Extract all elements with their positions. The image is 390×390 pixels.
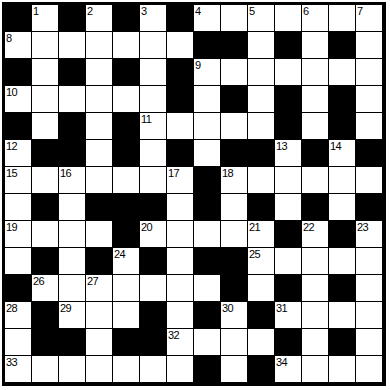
white-cell-r5-c2[interactable] — [32, 113, 59, 140]
white-cell-r12-c5[interactable] — [113, 302, 140, 329]
crossword-grid: 1234567891011121314151617181920212223242… — [2, 2, 386, 386]
black-cell-r10-c2 — [32, 248, 59, 275]
white-cell-r14-c5[interactable] — [113, 356, 140, 383]
black-cell-r2-c13 — [329, 32, 356, 59]
black-cell-r9-c11 — [275, 221, 302, 248]
white-cell-r10-c13[interactable] — [329, 248, 356, 275]
white-cell-r3-c8[interactable]: 9 — [194, 59, 221, 86]
black-cell-r1-c1 — [5, 5, 32, 32]
white-cell-r12-c1[interactable]: 28 — [5, 302, 32, 329]
black-cell-r13-c13 — [329, 329, 356, 356]
white-cell-r4-c8[interactable] — [194, 86, 221, 113]
white-cell-r5-c4[interactable] — [86, 113, 113, 140]
clue-number-15: 15 — [6, 167, 17, 179]
white-cell-r9-c10[interactable]: 21 — [248, 221, 275, 248]
white-cell-r5-c6[interactable]: 11 — [140, 113, 167, 140]
white-cell-r11-c14[interactable] — [356, 275, 383, 302]
white-cell-r8-c7[interactable] — [167, 194, 194, 221]
white-cell-r4-c10[interactable] — [248, 86, 275, 113]
clue-number-19: 19 — [6, 221, 17, 233]
white-cell-r9-c7[interactable] — [167, 221, 194, 248]
white-cell-r4-c3[interactable] — [59, 86, 86, 113]
white-cell-r4-c5[interactable] — [113, 86, 140, 113]
white-cell-r6-c8[interactable] — [194, 140, 221, 167]
white-cell-r10-c10[interactable]: 25 — [248, 248, 275, 275]
white-cell-r11-c6[interactable] — [140, 275, 167, 302]
white-cell-r8-c9[interactable] — [221, 194, 248, 221]
white-cell-r3-c6[interactable] — [140, 59, 167, 86]
white-cell-r7-c5[interactable] — [113, 167, 140, 194]
black-cell-r13-c11 — [275, 329, 302, 356]
clue-number-21: 21 — [249, 221, 260, 233]
black-cell-r10-c4 — [86, 248, 113, 275]
black-cell-r6-c14 — [356, 140, 383, 167]
white-cell-r1-c4[interactable]: 2 — [86, 5, 113, 32]
white-cell-r13-c1[interactable] — [5, 329, 32, 356]
black-cell-r5-c3 — [59, 113, 86, 140]
white-cell-r14-c14[interactable] — [356, 356, 383, 383]
white-cell-r10-c7[interactable] — [167, 248, 194, 275]
black-cell-r8-c6 — [140, 194, 167, 221]
white-cell-r1-c14[interactable]: 7 — [356, 5, 383, 32]
black-cell-r3-c7 — [167, 59, 194, 86]
clue-number-1: 1 — [33, 5, 39, 17]
white-cell-r14-c9[interactable] — [221, 356, 248, 383]
white-cell-r9-c8[interactable] — [194, 221, 221, 248]
clue-number-3: 3 — [141, 5, 147, 17]
white-cell-r13-c12[interactable] — [302, 329, 329, 356]
black-cell-r12-c8 — [194, 302, 221, 329]
black-cell-r5-c13 — [329, 113, 356, 140]
black-cell-r3-c3 — [59, 59, 86, 86]
white-cell-r9-c3[interactable] — [59, 221, 86, 248]
clue-number-33: 33 — [6, 356, 17, 368]
white-cell-r11-c7[interactable] — [167, 275, 194, 302]
black-cell-r9-c13 — [329, 221, 356, 248]
clue-number-12: 12 — [6, 140, 17, 152]
white-cell-r11-c12[interactable] — [302, 275, 329, 302]
white-cell-r7-c13[interactable] — [329, 167, 356, 194]
white-cell-r12-c13[interactable] — [329, 302, 356, 329]
white-cell-r12-c11[interactable]: 31 — [275, 302, 302, 329]
black-cell-r14-c8 — [194, 356, 221, 383]
black-cell-r8-c4 — [86, 194, 113, 221]
clue-number-26: 26 — [33, 275, 44, 287]
white-cell-r11-c2[interactable]: 26 — [32, 275, 59, 302]
clue-number-28: 28 — [6, 302, 17, 314]
white-cell-r4-c6[interactable] — [140, 86, 167, 113]
white-cell-r9-c9[interactable] — [221, 221, 248, 248]
crossword-page: 1234567891011121314151617181920212223242… — [0, 0, 390, 390]
clue-number-13: 13 — [276, 140, 287, 152]
clue-number-5: 5 — [249, 5, 255, 17]
white-cell-r7-c2[interactable] — [32, 167, 59, 194]
clue-number-25: 25 — [249, 248, 260, 260]
white-cell-r10-c11[interactable] — [275, 248, 302, 275]
white-cell-r3-c11[interactable] — [275, 59, 302, 86]
clue-number-2: 2 — [87, 5, 93, 17]
white-cell-r10-c1[interactable] — [5, 248, 32, 275]
white-cell-r14-c13[interactable] — [329, 356, 356, 383]
black-cell-r1-c5 — [113, 5, 140, 32]
black-cell-r13-c6 — [140, 329, 167, 356]
white-cell-r8-c13[interactable] — [329, 194, 356, 221]
white-cell-r12-c12[interactable] — [302, 302, 329, 329]
black-cell-r6-c3 — [59, 140, 86, 167]
clue-number-17: 17 — [168, 167, 179, 179]
black-cell-r5-c1 — [5, 113, 32, 140]
white-cell-r11-c3[interactable] — [59, 275, 86, 302]
white-cell-r5-c10[interactable] — [248, 113, 275, 140]
black-cell-r2-c9 — [221, 32, 248, 59]
white-cell-r1-c12[interactable]: 6 — [302, 5, 329, 32]
white-cell-r1-c11[interactable] — [275, 5, 302, 32]
white-cell-r10-c3[interactable] — [59, 248, 86, 275]
white-cell-r2-c4[interactable] — [86, 32, 113, 59]
white-cell-r12-c3[interactable]: 29 — [59, 302, 86, 329]
clue-number-7: 7 — [357, 5, 363, 17]
black-cell-r4-c11 — [275, 86, 302, 113]
black-cell-r2-c11 — [275, 32, 302, 59]
white-cell-r2-c7[interactable] — [167, 32, 194, 59]
black-cell-r4-c7 — [167, 86, 194, 113]
white-cell-r2-c6[interactable] — [140, 32, 167, 59]
white-cell-r7-c7[interactable]: 17 — [167, 167, 194, 194]
white-cell-r1-c10[interactable]: 5 — [248, 5, 275, 32]
white-cell-r7-c14[interactable] — [356, 167, 383, 194]
white-cell-r9-c14[interactable]: 23 — [356, 221, 383, 248]
white-cell-r7-c11[interactable] — [275, 167, 302, 194]
black-cell-r14-c10 — [248, 356, 275, 383]
white-cell-r6-c4[interactable] — [86, 140, 113, 167]
white-cell-r3-c4[interactable] — [86, 59, 113, 86]
black-cell-r11-c1 — [5, 275, 32, 302]
clue-number-22: 22 — [303, 221, 314, 233]
white-cell-r11-c4[interactable]: 27 — [86, 275, 113, 302]
clue-number-14: 14 — [330, 140, 341, 152]
clue-number-18: 18 — [222, 167, 233, 179]
black-cell-r11-c11 — [275, 275, 302, 302]
black-cell-r13-c5 — [113, 329, 140, 356]
white-cell-r3-c14[interactable] — [356, 59, 383, 86]
white-cell-r5-c14[interactable] — [356, 113, 383, 140]
white-cell-r14-c4[interactable] — [86, 356, 113, 383]
black-cell-r6-c5 — [113, 140, 140, 167]
black-cell-r7-c8 — [194, 167, 221, 194]
clue-number-34: 34 — [276, 356, 287, 368]
white-cell-r6-c1[interactable]: 12 — [5, 140, 32, 167]
white-cell-r5-c8[interactable] — [194, 113, 221, 140]
clue-number-9: 9 — [195, 59, 201, 71]
white-cell-r14-c3[interactable] — [59, 356, 86, 383]
black-cell-r13-c2 — [32, 329, 59, 356]
black-cell-r8-c14 — [356, 194, 383, 221]
clue-number-6: 6 — [303, 5, 309, 17]
white-cell-r1-c6[interactable]: 3 — [140, 5, 167, 32]
white-cell-r5-c12[interactable] — [302, 113, 329, 140]
clue-number-20: 20 — [141, 221, 152, 233]
white-cell-r4-c4[interactable] — [86, 86, 113, 113]
white-cell-r7-c6[interactable] — [140, 167, 167, 194]
clue-number-4: 4 — [195, 5, 201, 17]
clue-number-29: 29 — [60, 302, 71, 314]
clue-number-11: 11 — [141, 113, 151, 125]
white-cell-r13-c9[interactable] — [221, 329, 248, 356]
black-cell-r8-c5 — [113, 194, 140, 221]
black-cell-r6-c10 — [248, 140, 275, 167]
black-cell-r6-c7 — [167, 140, 194, 167]
black-cell-r9-c5 — [113, 221, 140, 248]
white-cell-r14-c11[interactable]: 34 — [275, 356, 302, 383]
clue-number-16: 16 — [60, 167, 71, 179]
white-cell-r10-c5[interactable]: 24 — [113, 248, 140, 275]
black-cell-r11-c9 — [221, 275, 248, 302]
black-cell-r8-c2 — [32, 194, 59, 221]
white-cell-r14-c6[interactable] — [140, 356, 167, 383]
white-cell-r9-c12[interactable]: 22 — [302, 221, 329, 248]
black-cell-r4-c9 — [221, 86, 248, 113]
black-cell-r5-c5 — [113, 113, 140, 140]
white-cell-r2-c2[interactable] — [32, 32, 59, 59]
white-cell-r3-c9[interactable] — [221, 59, 248, 86]
white-cell-r4-c2[interactable] — [32, 86, 59, 113]
black-cell-r3-c5 — [113, 59, 140, 86]
white-cell-r14-c12[interactable] — [302, 356, 329, 383]
black-cell-r5-c11 — [275, 113, 302, 140]
white-cell-r4-c1[interactable]: 10 — [5, 86, 32, 113]
clue-number-10: 10 — [6, 86, 17, 98]
white-cell-r11-c10[interactable] — [248, 275, 275, 302]
white-cell-r3-c10[interactable] — [248, 59, 275, 86]
white-cell-r13-c10[interactable] — [248, 329, 275, 356]
black-cell-r11-c13 — [329, 275, 356, 302]
black-cell-r8-c10 — [248, 194, 275, 221]
white-cell-r3-c13[interactable] — [329, 59, 356, 86]
white-cell-r6-c6[interactable] — [140, 140, 167, 167]
black-cell-r1-c7 — [167, 5, 194, 32]
clue-number-24: 24 — [114, 248, 125, 260]
white-cell-r3-c2[interactable] — [32, 59, 59, 86]
black-cell-r8-c12 — [302, 194, 329, 221]
black-cell-r1-c3 — [59, 5, 86, 32]
white-cell-r2-c1[interactable]: 8 — [5, 32, 32, 59]
black-cell-r4-c13 — [329, 86, 356, 113]
white-cell-r13-c8[interactable] — [194, 329, 221, 356]
clue-number-23: 23 — [357, 221, 368, 233]
white-cell-r7-c10[interactable] — [248, 167, 275, 194]
white-cell-r14-c1[interactable]: 33 — [5, 356, 32, 383]
white-cell-r12-c4[interactable] — [86, 302, 113, 329]
white-cell-r7-c1[interactable]: 15 — [5, 167, 32, 194]
white-cell-r5-c9[interactable] — [221, 113, 248, 140]
white-cell-r4-c12[interactable] — [302, 86, 329, 113]
white-cell-r5-c7[interactable] — [167, 113, 194, 140]
white-cell-r3-c12[interactable] — [302, 59, 329, 86]
black-cell-r6-c12 — [302, 140, 329, 167]
clue-number-32: 32 — [168, 329, 179, 341]
white-cell-r11-c8[interactable] — [194, 275, 221, 302]
white-cell-r1-c13[interactable] — [329, 5, 356, 32]
white-cell-r11-c5[interactable] — [113, 275, 140, 302]
white-cell-r4-c14[interactable] — [356, 86, 383, 113]
white-cell-r13-c7[interactable]: 32 — [167, 329, 194, 356]
black-cell-r12-c10 — [248, 302, 275, 329]
white-cell-r12-c14[interactable] — [356, 302, 383, 329]
white-cell-r9-c1[interactable]: 19 — [5, 221, 32, 248]
black-cell-r10-c6 — [140, 248, 167, 275]
white-cell-r12-c7[interactable] — [167, 302, 194, 329]
white-cell-r1-c9[interactable] — [221, 5, 248, 32]
black-cell-r12-c6 — [140, 302, 167, 329]
white-cell-r2-c5[interactable] — [113, 32, 140, 59]
white-cell-r14-c2[interactable] — [32, 356, 59, 383]
white-cell-r10-c12[interactable] — [302, 248, 329, 275]
black-cell-r8-c8 — [194, 194, 221, 221]
black-cell-r3-c1 — [5, 59, 32, 86]
white-cell-r1-c2[interactable]: 1 — [32, 5, 59, 32]
white-cell-r7-c9[interactable]: 18 — [221, 167, 248, 194]
black-cell-r12-c2 — [32, 302, 59, 329]
white-cell-r8-c11[interactable] — [275, 194, 302, 221]
white-cell-r2-c3[interactable] — [59, 32, 86, 59]
white-cell-r9-c6[interactable]: 20 — [140, 221, 167, 248]
clue-number-27: 27 — [87, 275, 98, 287]
black-cell-r10-c9 — [221, 248, 248, 275]
white-cell-r6-c11[interactable]: 13 — [275, 140, 302, 167]
black-cell-r10-c8 — [194, 248, 221, 275]
white-cell-r13-c14[interactable] — [356, 329, 383, 356]
white-cell-r6-c13[interactable]: 14 — [329, 140, 356, 167]
black-cell-r6-c9 — [221, 140, 248, 167]
white-cell-r14-c7[interactable] — [167, 356, 194, 383]
black-cell-r6-c2 — [32, 140, 59, 167]
white-cell-r9-c2[interactable] — [32, 221, 59, 248]
white-cell-r9-c4[interactable] — [86, 221, 113, 248]
white-cell-r12-c9[interactable]: 30 — [221, 302, 248, 329]
white-cell-r13-c4[interactable] — [86, 329, 113, 356]
white-cell-r1-c8[interactable]: 4 — [194, 5, 221, 32]
white-cell-r7-c12[interactable] — [302, 167, 329, 194]
white-cell-r8-c3[interactable] — [59, 194, 86, 221]
clue-number-8: 8 — [6, 32, 12, 44]
clue-number-30: 30 — [222, 302, 233, 314]
white-cell-r8-c1[interactable] — [5, 194, 32, 221]
white-cell-r7-c3[interactable]: 16 — [59, 167, 86, 194]
white-cell-r10-c14[interactable] — [356, 248, 383, 275]
white-cell-r2-c10[interactable] — [248, 32, 275, 59]
clue-number-31: 31 — [276, 302, 287, 314]
black-cell-r2-c8 — [194, 32, 221, 59]
black-cell-r13-c3 — [59, 329, 86, 356]
white-cell-r2-c12[interactable] — [302, 32, 329, 59]
white-cell-r7-c4[interactable] — [86, 167, 113, 194]
white-cell-r2-c14[interactable] — [356, 32, 383, 59]
